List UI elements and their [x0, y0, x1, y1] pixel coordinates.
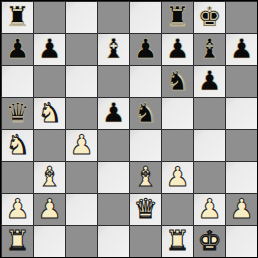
square-h7[interactable]: ♟	[225, 33, 257, 65]
piece-black-pawn[interactable]: ♟	[37, 35, 61, 62]
square-c5[interactable]	[65, 97, 97, 129]
square-f5[interactable]	[161, 97, 193, 129]
piece-white-rook[interactable]: ♜	[5, 227, 29, 254]
piece-white-pawn[interactable]: ♟	[5, 195, 29, 222]
piece-black-rook[interactable]: ♜	[5, 3, 29, 30]
square-f2[interactable]	[161, 193, 193, 225]
square-c4[interactable]: ♟	[65, 129, 97, 161]
square-b2[interactable]: ♟	[33, 193, 65, 225]
square-f1[interactable]: ♜	[161, 225, 193, 257]
square-g1[interactable]: ♚	[193, 225, 225, 257]
piece-black-knight[interactable]: ♞	[165, 67, 189, 94]
piece-black-rook[interactable]: ♜	[165, 3, 189, 30]
square-e3[interactable]: ♝	[129, 161, 161, 193]
square-f8[interactable]: ♜	[161, 1, 193, 33]
square-c3[interactable]	[65, 161, 97, 193]
piece-white-knight[interactable]: ♞	[37, 99, 61, 126]
square-b7[interactable]: ♟	[33, 33, 65, 65]
square-a5[interactable]: ♛	[1, 97, 33, 129]
square-a6[interactable]	[1, 65, 33, 97]
piece-black-pawn[interactable]: ♟	[165, 35, 189, 62]
chess-board: ♜♜♚♟♟♝♟♟♝♟♞♟♛♞♟♞♞♟♝♝♟♟♟♛♟♟♜♜♚	[0, 0, 258, 258]
square-c1[interactable]	[65, 225, 97, 257]
square-f6[interactable]: ♞	[161, 65, 193, 97]
square-d4[interactable]	[97, 129, 129, 161]
square-b3[interactable]: ♝	[33, 161, 65, 193]
square-d7[interactable]: ♝	[97, 33, 129, 65]
square-h6[interactable]	[225, 65, 257, 97]
piece-black-king[interactable]: ♚	[197, 3, 221, 30]
piece-white-bishop[interactable]: ♝	[37, 163, 61, 190]
square-h3[interactable]	[225, 161, 257, 193]
piece-black-pawn[interactable]: ♟	[229, 35, 253, 62]
square-c7[interactable]	[65, 33, 97, 65]
square-g4[interactable]	[193, 129, 225, 161]
square-h1[interactable]	[225, 225, 257, 257]
square-c8[interactable]	[65, 1, 97, 33]
square-g8[interactable]: ♚	[193, 1, 225, 33]
square-d6[interactable]	[97, 65, 129, 97]
piece-white-pawn[interactable]: ♟	[197, 195, 221, 222]
square-h4[interactable]	[225, 129, 257, 161]
square-b8[interactable]	[33, 1, 65, 33]
square-a1[interactable]: ♜	[1, 225, 33, 257]
square-e2[interactable]: ♛	[129, 193, 161, 225]
square-d2[interactable]	[97, 193, 129, 225]
piece-white-pawn[interactable]: ♟	[165, 163, 189, 190]
square-d3[interactable]	[97, 161, 129, 193]
square-a7[interactable]: ♟	[1, 33, 33, 65]
square-g5[interactable]	[193, 97, 225, 129]
piece-black-bishop[interactable]: ♝	[101, 35, 125, 62]
square-e7[interactable]: ♟	[129, 33, 161, 65]
piece-black-pawn[interactable]: ♟	[133, 35, 157, 62]
square-d8[interactable]	[97, 1, 129, 33]
square-g6[interactable]: ♟	[193, 65, 225, 97]
piece-white-pawn[interactable]: ♟	[69, 131, 93, 158]
square-e4[interactable]	[129, 129, 161, 161]
square-g7[interactable]: ♝	[193, 33, 225, 65]
piece-white-pawn[interactable]: ♟	[37, 195, 61, 222]
piece-white-pawn[interactable]: ♟	[229, 195, 253, 222]
piece-white-rook[interactable]: ♜	[165, 227, 189, 254]
square-a3[interactable]	[1, 161, 33, 193]
piece-white-queen[interactable]: ♛	[133, 195, 157, 222]
square-a8[interactable]: ♜	[1, 1, 33, 33]
square-b1[interactable]	[33, 225, 65, 257]
square-a2[interactable]: ♟	[1, 193, 33, 225]
piece-black-pawn[interactable]: ♟	[197, 67, 221, 94]
piece-black-knight[interactable]: ♞	[133, 99, 157, 126]
piece-black-bishop[interactable]: ♝	[197, 35, 221, 62]
square-a4[interactable]: ♞	[1, 129, 33, 161]
square-f4[interactable]	[161, 129, 193, 161]
square-e1[interactable]	[129, 225, 161, 257]
piece-white-knight[interactable]: ♞	[5, 131, 29, 158]
piece-black-queen[interactable]: ♛	[5, 99, 29, 126]
square-g3[interactable]	[193, 161, 225, 193]
square-h8[interactable]	[225, 1, 257, 33]
square-b4[interactable]	[33, 129, 65, 161]
square-g2[interactable]: ♟	[193, 193, 225, 225]
square-c6[interactable]	[65, 65, 97, 97]
square-f3[interactable]: ♟	[161, 161, 193, 193]
square-b6[interactable]	[33, 65, 65, 97]
square-d5[interactable]: ♟	[97, 97, 129, 129]
piece-black-pawn[interactable]: ♟	[101, 99, 125, 126]
square-e5[interactable]: ♞	[129, 97, 161, 129]
square-h5[interactable]	[225, 97, 257, 129]
square-b5[interactable]: ♞	[33, 97, 65, 129]
piece-white-king[interactable]: ♚	[197, 227, 221, 254]
square-d1[interactable]	[97, 225, 129, 257]
square-f7[interactable]: ♟	[161, 33, 193, 65]
square-c2[interactable]	[65, 193, 97, 225]
piece-black-pawn[interactable]: ♟	[5, 35, 29, 62]
square-h2[interactable]: ♟	[225, 193, 257, 225]
square-e6[interactable]	[129, 65, 161, 97]
square-e8[interactable]	[129, 1, 161, 33]
piece-white-bishop[interactable]: ♝	[133, 163, 157, 190]
